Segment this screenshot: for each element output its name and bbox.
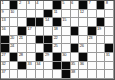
cell-r2c10[interactable] [88,18,97,27]
crossword-grid: 1234567891011121314151617181920212223242… [0,0,115,80]
cell-r8c4[interactable] [36,70,45,79]
black-cell-r5c8 [71,44,80,53]
clue-number: 17 [28,27,32,31]
clue-number: 23 [88,36,92,40]
clue-number: 22 [54,36,58,40]
cell-r0c8[interactable]: 6 [71,1,80,10]
clue-number: 7 [88,1,90,5]
clue-number: 3 [28,1,30,5]
clue-number: 34 [36,62,40,66]
cell-r3c3[interactable]: 17 [27,27,36,36]
cell-r3c7[interactable] [62,27,71,36]
cell-r4c7[interactable] [62,36,71,45]
clue-number: 27 [2,53,6,57]
clue-number: 32 [2,62,6,66]
clue-number: 5 [62,1,64,5]
black-cell-r4c4 [36,36,45,45]
crossword-screenshot: 1234567891011121314151617181920212223242… [0,0,115,80]
cell-r8c3[interactable] [27,70,36,79]
cell-r8c9[interactable] [79,70,88,79]
cell-r7c5[interactable] [44,62,53,71]
clue-number: 16 [2,27,6,31]
cell-r7c12[interactable] [105,62,114,71]
cell-r8c6[interactable] [53,70,62,79]
clue-number: 15 [62,18,66,22]
clue-number: 31 [106,53,110,57]
cell-r3c0[interactable]: 16 [1,27,10,36]
clue-number: 37 [2,70,6,74]
cell-r0c12[interactable]: 8 [105,1,114,10]
cell-r5c1[interactable]: 24 [10,44,19,53]
cell-r5c10[interactable] [88,44,97,53]
cell-r6c12[interactable]: 31 [105,53,114,62]
black-cell-r6c6 [53,53,62,62]
black-cell-r3c8 [71,27,80,36]
cell-r6c11[interactable] [97,53,106,62]
black-cell-r6c1 [10,53,19,62]
clue-number: 30 [62,53,66,57]
cell-r5c4[interactable] [36,44,45,53]
cell-r7c4[interactable]: 34 [36,62,45,71]
cell-r7c11[interactable] [97,62,106,71]
cell-r7c1[interactable] [10,62,19,71]
clue-number: 29 [45,53,49,57]
clue-number: 18 [54,27,58,31]
cell-r1c9[interactable]: 12 [79,10,88,19]
cell-r1c12[interactable] [105,10,114,19]
clue-number: 33 [28,62,32,66]
cell-r8c10[interactable] [88,70,97,79]
black-cell-r2c4 [36,18,45,27]
cell-r1c3[interactable] [27,10,36,19]
cell-r8c2[interactable] [18,70,27,79]
cell-r3c5[interactable] [44,27,53,36]
black-cell-r7c6 [53,62,62,71]
cell-r4c11[interactable] [97,36,106,45]
cell-r0c2[interactable]: 2 [18,1,27,10]
cell-r6c10[interactable] [88,53,97,62]
cell-r3c9[interactable] [79,27,88,36]
clue-number: 9 [2,10,4,14]
cell-r2c2[interactable] [18,18,27,27]
clue-number: 21 [19,36,23,40]
cell-r2c1[interactable] [10,18,19,27]
cell-r0c5[interactable] [44,1,53,10]
cell-r5c6[interactable]: 25 [53,44,62,53]
cell-r2c12[interactable] [105,18,114,27]
black-cell-r7c7 [62,62,71,71]
clue-number: 28 [19,53,23,57]
cell-r8c12[interactable] [105,70,114,79]
clue-number: 2 [19,1,21,5]
cell-r4c8[interactable] [71,36,80,45]
clue-number: 8 [106,1,108,5]
black-cell-r8c7 [62,70,71,79]
cell-r8c11[interactable] [97,70,106,79]
cell-r2c7[interactable]: 15 [62,18,71,27]
cell-r1c6[interactable]: 11 [53,10,62,19]
cell-r4c10[interactable]: 23 [88,36,97,45]
cell-r7c9[interactable]: 36 [79,62,88,71]
clue-number: 13 [2,18,6,22]
clue-number: 1 [2,1,4,5]
cell-r8c8[interactable]: 38 [71,70,80,79]
clue-number: 19 [97,27,101,31]
cell-r2c8[interactable] [71,18,80,27]
clue-number: 24 [10,44,14,48]
cell-r6c5[interactable]: 29 [44,53,53,62]
cell-r4c2[interactable]: 21 [18,36,27,45]
cell-r1c8[interactable] [71,10,80,19]
black-cell-r4c5 [44,36,53,45]
clue-number: 26 [80,44,84,48]
cell-r8c5[interactable] [44,70,53,79]
cell-r2c5[interactable]: 14 [44,18,53,27]
cell-r8c1[interactable] [10,70,19,79]
cell-r5c11[interactable] [97,44,106,53]
cell-r1c4[interactable] [36,10,45,19]
clue-number: 10 [10,10,14,14]
cell-r3c12[interactable] [105,27,114,36]
cell-r0c10[interactable]: 7 [88,1,97,10]
cell-r0c3[interactable]: 3 [27,1,36,10]
clue-number: 36 [80,62,84,66]
cell-r8c0[interactable]: 37 [1,70,10,79]
clue-number: 12 [80,10,84,14]
clue-number: 25 [54,44,58,48]
cell-r1c10[interactable] [88,10,97,19]
cell-r1c2[interactable] [18,10,27,19]
cell-r2c9[interactable] [79,18,88,27]
clue-number: 6 [71,1,73,5]
black-cell-r0c11 [97,1,106,10]
clue-number: 4 [36,1,38,5]
black-cell-r7c2 [18,62,27,71]
cell-r5c9[interactable]: 26 [79,44,88,53]
cell-r3c11[interactable]: 19 [97,27,106,36]
cell-r1c1[interactable]: 10 [10,10,19,19]
cell-r6c2[interactable]: 28 [18,53,27,62]
clue-number: 38 [71,70,75,74]
clue-number: 11 [54,10,58,14]
cell-r6c7[interactable]: 30 [62,53,71,62]
cell-r7c10[interactable] [88,62,97,71]
cell-r0c4[interactable]: 4 [36,1,45,10]
black-cell-r4c0 [1,36,10,45]
cell-r1c11[interactable] [97,10,106,19]
cell-r4c12[interactable] [105,36,114,45]
cell-r4c3[interactable] [27,36,36,45]
cell-r5c3[interactable] [27,44,36,53]
clue-number: 35 [71,62,75,66]
cell-r0c7[interactable]: 5 [62,1,71,10]
cell-r3c4[interactable] [36,27,45,36]
cell-r7c3[interactable]: 33 [27,62,36,71]
clue-number: 14 [45,18,49,22]
clue-number: 20 [10,36,14,40]
